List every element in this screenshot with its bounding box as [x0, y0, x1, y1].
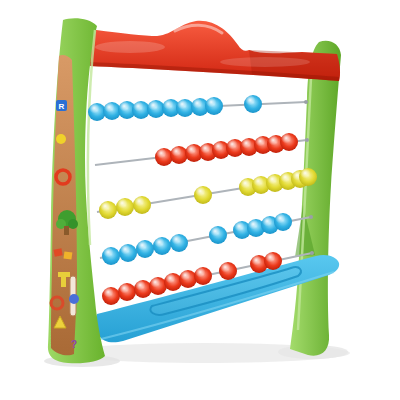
bead-rod3-1[interactable]: [99, 201, 117, 219]
bead-rod4-1[interactable]: [102, 247, 120, 265]
bead-rod5-8[interactable]: [219, 262, 237, 280]
bead-rod4-4[interactable]: [153, 237, 171, 255]
bead-rod4-6[interactable]: [209, 226, 227, 244]
bead-rod5-1[interactable]: [102, 287, 120, 305]
bead-rod5-10[interactable]: [264, 252, 282, 270]
bead-rod4-3[interactable]: [136, 240, 154, 258]
bead-rod4-10[interactable]: [274, 213, 292, 231]
bead-rod4-5[interactable]: [170, 234, 188, 252]
bead-rod3-10[interactable]: [299, 168, 317, 186]
bead-rod1-9[interactable]: [205, 97, 223, 115]
bead-rod2-10[interactable]: [280, 133, 298, 151]
bead-rod3-2[interactable]: [116, 198, 134, 216]
bead-rod3-3[interactable]: [133, 196, 151, 214]
bead-rod5-2[interactable]: [118, 283, 136, 301]
bead-rod1-10[interactable]: [244, 95, 262, 113]
bead-rod3-4[interactable]: [194, 186, 212, 204]
bead-rod4-2[interactable]: [119, 244, 137, 262]
bead-rod5-7[interactable]: [194, 267, 212, 285]
abacus-toy: R ?: [0, 0, 400, 400]
beads-layer: [0, 0, 400, 400]
